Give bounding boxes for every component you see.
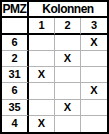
column-header-1: 1 [29,18,55,34]
row-label-4: 6 [2,83,29,99]
row-label-2: 2 [2,51,29,67]
mark-cell-r2c1[interactable] [29,51,55,67]
mark-cell-r6c2[interactable] [55,116,81,132]
mark-cell-r1c3[interactable]: X [81,35,107,51]
mark-cell-r4c2[interactable] [55,83,81,99]
mark-cell-r3c1[interactable]: X [29,67,55,83]
pmz-header: PMZ [2,2,29,18]
puzzle-table: PMZ Kolonnen 1 2 3 6 X 2 X 31 X 6 X 35 X… [0,0,109,134]
mark-cell-r1c1[interactable] [29,35,55,51]
mark-cell-r2c3[interactable] [81,51,107,67]
row-label-3: 31 [2,67,29,83]
mark-cell-r6c1[interactable]: X [29,116,55,132]
column-header-2: 2 [55,18,81,34]
row-label-5: 35 [2,100,29,116]
mark-cell-r1c2[interactable] [55,35,81,51]
mark-cell-r4c1[interactable] [29,83,55,99]
mark-cell-r5c2[interactable]: X [55,100,81,116]
corner-empty-cell [2,18,29,34]
mark-cell-r5c3[interactable] [81,100,107,116]
row-label-1: 6 [2,35,29,51]
mark-cell-r2c2[interactable]: X [55,51,81,67]
mark-cell-r5c1[interactable] [29,100,55,116]
row-label-6: 4 [2,116,29,132]
mark-cell-r4c3[interactable]: X [81,83,107,99]
mark-cell-r3c3[interactable] [81,67,107,83]
mark-cell-r6c3[interactable] [81,116,107,132]
mark-cell-r3c2[interactable] [55,67,81,83]
column-header-3: 3 [81,18,107,34]
kolonnen-header: Kolonnen [29,2,107,18]
